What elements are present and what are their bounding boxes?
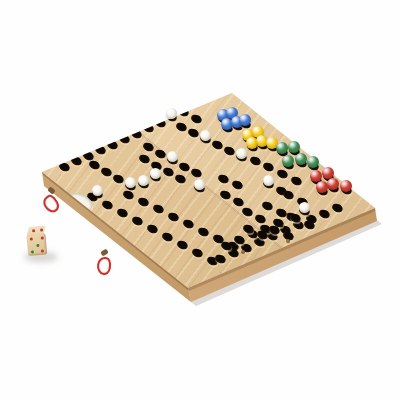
board-hole bbox=[160, 231, 173, 242]
marble-green[interactable] bbox=[276, 142, 288, 154]
marble-white[interactable] bbox=[194, 179, 205, 190]
board-hole bbox=[166, 211, 179, 222]
die-pip-red bbox=[41, 249, 44, 252]
board-hole bbox=[145, 223, 158, 234]
loop-notch bbox=[100, 249, 109, 257]
board-hole bbox=[57, 161, 70, 172]
marble-white[interactable] bbox=[150, 168, 161, 179]
marble-blue[interactable] bbox=[239, 114, 251, 126]
marble-red[interactable] bbox=[327, 178, 339, 190]
board-hole bbox=[105, 139, 118, 150]
game-photo-stage bbox=[0, 0, 400, 400]
die-pip-green bbox=[36, 244, 39, 247]
board-hole bbox=[100, 199, 113, 210]
marble-white[interactable] bbox=[138, 175, 149, 186]
marble-white[interactable] bbox=[299, 202, 310, 213]
board-hole bbox=[87, 159, 100, 170]
marble-white[interactable] bbox=[92, 185, 103, 196]
red-fabric-loop[interactable] bbox=[96, 256, 112, 276]
marble-white[interactable] bbox=[167, 151, 178, 162]
board-hole bbox=[130, 215, 143, 226]
board-hole bbox=[93, 144, 106, 155]
board-hole bbox=[151, 203, 164, 214]
marble-green[interactable] bbox=[282, 155, 294, 167]
board-hole bbox=[129, 128, 142, 139]
marble-white[interactable] bbox=[166, 108, 177, 119]
die-pip-red bbox=[32, 230, 35, 233]
die-pip-green bbox=[31, 250, 34, 253]
die-pip-red bbox=[40, 228, 43, 231]
wooden-die[interactable] bbox=[26, 225, 50, 257]
marble-green[interactable] bbox=[307, 156, 319, 168]
board-hole bbox=[137, 153, 150, 164]
die-front-face bbox=[26, 233, 47, 256]
marble-white[interactable] bbox=[125, 177, 136, 188]
die-pip-red bbox=[30, 238, 33, 241]
board-hole bbox=[190, 247, 203, 258]
board-hole bbox=[111, 173, 124, 184]
marble-red[interactable] bbox=[340, 180, 352, 192]
board-hole bbox=[181, 218, 194, 229]
die-pip-red bbox=[40, 236, 43, 239]
board-hole bbox=[136, 196, 149, 207]
board-top-surface bbox=[0, 0, 400, 400]
latch-pin-hole bbox=[286, 239, 290, 243]
board-hole bbox=[161, 166, 174, 177]
board-hole bbox=[69, 155, 82, 166]
board-hole bbox=[121, 189, 134, 200]
marble-green[interactable] bbox=[295, 153, 307, 165]
marble-green[interactable] bbox=[288, 141, 300, 153]
marble-white[interactable] bbox=[263, 175, 274, 186]
marble-white[interactable] bbox=[200, 130, 211, 141]
board-hole bbox=[99, 166, 112, 177]
marble-white[interactable] bbox=[236, 148, 247, 159]
board-hole bbox=[117, 133, 130, 144]
board-hole bbox=[173, 173, 186, 184]
board-right-panel bbox=[0, 0, 400, 400]
latch-pin-hole bbox=[241, 250, 245, 254]
board-hole bbox=[196, 226, 209, 237]
board-hole bbox=[175, 239, 188, 250]
board-hole bbox=[115, 207, 128, 218]
